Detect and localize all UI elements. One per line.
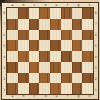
rank-label-right-2: 2 — [94, 74, 98, 85]
square-a8[interactable] — [7, 8, 18, 19]
square-a1[interactable] — [7, 83, 18, 94]
square-e6[interactable] — [50, 30, 61, 41]
square-e3[interactable] — [50, 62, 61, 73]
file-label-bottom-e: e — [51, 95, 62, 99]
square-c3[interactable] — [29, 62, 40, 73]
square-a5[interactable] — [7, 40, 18, 51]
square-c6[interactable] — [29, 30, 40, 41]
square-g8[interactable] — [72, 8, 83, 19]
square-f7[interactable] — [61, 19, 72, 30]
rank-label-left-1: 1 — [3, 85, 7, 96]
square-g6[interactable] — [72, 30, 83, 41]
square-c8[interactable] — [29, 8, 40, 19]
square-d2[interactable] — [39, 73, 50, 84]
square-h3[interactable] — [82, 62, 93, 73]
file-label-bottom-a: a — [7, 95, 18, 99]
file-label-bottom-b: b — [18, 95, 29, 99]
square-d4[interactable] — [39, 51, 50, 62]
square-c4[interactable] — [29, 51, 40, 62]
square-f5[interactable] — [61, 40, 72, 51]
file-label-top-h: h — [84, 4, 95, 8]
square-b5[interactable] — [18, 40, 29, 51]
file-label-top-e: e — [51, 4, 62, 8]
square-e2[interactable] — [50, 73, 61, 84]
chess-board: abcdefgh abcdefgh 87654321 87654321 — [1, 2, 99, 100]
rank-labels-right: 87654321 — [94, 8, 98, 96]
square-d7[interactable] — [39, 19, 50, 30]
square-b7[interactable] — [18, 19, 29, 30]
square-g7[interactable] — [72, 19, 83, 30]
square-b3[interactable] — [18, 62, 29, 73]
square-d3[interactable] — [39, 62, 50, 73]
rank-label-right-7: 7 — [94, 19, 98, 30]
square-h2[interactable] — [82, 73, 93, 84]
square-a6[interactable] — [7, 30, 18, 41]
file-label-bottom-c: c — [29, 95, 40, 99]
square-f6[interactable] — [61, 30, 72, 41]
file-label-bottom-f: f — [62, 95, 73, 99]
square-f8[interactable] — [61, 8, 72, 19]
square-d8[interactable] — [39, 8, 50, 19]
rank-labels-left: 87654321 — [3, 8, 7, 96]
square-c1[interactable] — [29, 83, 40, 94]
square-g3[interactable] — [72, 62, 83, 73]
square-d6[interactable] — [39, 30, 50, 41]
file-label-top-a: a — [7, 4, 18, 8]
square-h8[interactable] — [82, 8, 93, 19]
rank-label-right-8: 8 — [94, 8, 98, 19]
square-b8[interactable] — [18, 8, 29, 19]
square-h7[interactable] — [82, 19, 93, 30]
rank-label-left-5: 5 — [3, 41, 7, 52]
square-b6[interactable] — [18, 30, 29, 41]
rank-label-right-4: 4 — [94, 52, 98, 63]
square-d1[interactable] — [39, 83, 50, 94]
square-b2[interactable] — [18, 73, 29, 84]
rank-label-right-1: 1 — [94, 85, 98, 96]
rank-label-left-7: 7 — [3, 19, 7, 30]
square-e7[interactable] — [50, 19, 61, 30]
rank-label-left-8: 8 — [3, 8, 7, 19]
rank-label-right-3: 3 — [94, 63, 98, 74]
square-c7[interactable] — [29, 19, 40, 30]
playing-area-border — [6, 7, 94, 95]
rank-label-left-6: 6 — [3, 30, 7, 41]
square-g5[interactable] — [72, 40, 83, 51]
file-label-top-f: f — [62, 4, 73, 8]
file-label-bottom-d: d — [40, 95, 51, 99]
square-a7[interactable] — [7, 19, 18, 30]
square-h5[interactable] — [82, 40, 93, 51]
square-a2[interactable] — [7, 73, 18, 84]
square-f3[interactable] — [61, 62, 72, 73]
square-e5[interactable] — [50, 40, 61, 51]
square-b1[interactable] — [18, 83, 29, 94]
square-h4[interactable] — [82, 51, 93, 62]
file-labels-bottom: abcdefgh — [7, 95, 95, 99]
square-h1[interactable] — [82, 83, 93, 94]
file-label-top-d: d — [40, 4, 51, 8]
file-label-bottom-g: g — [73, 95, 84, 99]
square-f1[interactable] — [61, 83, 72, 94]
square-a3[interactable] — [7, 62, 18, 73]
file-labels-top: abcdefgh — [7, 4, 95, 8]
rank-label-right-6: 6 — [94, 30, 98, 41]
file-label-top-c: c — [29, 4, 40, 8]
square-e1[interactable] — [50, 83, 61, 94]
square-g2[interactable] — [72, 73, 83, 84]
rank-label-left-4: 4 — [3, 52, 7, 63]
square-e4[interactable] — [50, 51, 61, 62]
square-c5[interactable] — [29, 40, 40, 51]
rank-label-left-2: 2 — [3, 74, 7, 85]
square-b4[interactable] — [18, 51, 29, 62]
square-c2[interactable] — [29, 73, 40, 84]
rank-label-left-3: 3 — [3, 63, 7, 74]
square-d5[interactable] — [39, 40, 50, 51]
square-f4[interactable] — [61, 51, 72, 62]
rank-label-right-5: 5 — [94, 41, 98, 52]
square-h6[interactable] — [82, 30, 93, 41]
square-a4[interactable] — [7, 51, 18, 62]
square-g1[interactable] — [72, 83, 83, 94]
square-e8[interactable] — [50, 8, 61, 19]
file-label-top-g: g — [73, 4, 84, 8]
square-f2[interactable] — [61, 73, 72, 84]
file-label-top-b: b — [18, 4, 29, 8]
board-grid — [7, 8, 93, 94]
square-g4[interactable] — [72, 51, 83, 62]
